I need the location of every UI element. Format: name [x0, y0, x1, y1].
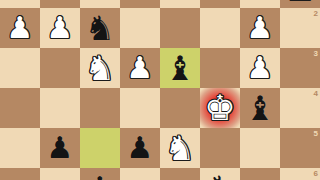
square-a3[interactable]: 3 [280, 48, 320, 88]
square-e3[interactable]: ♟ [120, 48, 160, 88]
white-pawn[interactable]: ♟ [40, 8, 80, 48]
rank-label-3: 3 [314, 49, 318, 58]
black-knight[interactable]: ♞ [200, 168, 240, 180]
square-f4[interactable] [80, 88, 120, 128]
square-f1[interactable] [80, 0, 120, 8]
square-f2[interactable]: ♞ [80, 8, 120, 48]
square-d4[interactable] [160, 88, 200, 128]
square-e2[interactable] [120, 8, 160, 48]
square-a1[interactable]: ♜ [280, 0, 320, 8]
square-d5[interactable]: ♞ [160, 128, 200, 168]
white-king[interactable]: ♚ [200, 88, 240, 128]
square-c6[interactable]: ♞ [200, 168, 240, 180]
square-h5[interactable] [0, 128, 40, 168]
white-knight[interactable]: ♞ [160, 128, 200, 168]
square-e1[interactable] [120, 0, 160, 8]
square-g6[interactable] [40, 168, 80, 180]
square-g1[interactable] [40, 0, 80, 8]
black-pawn[interactable]: ♟ [80, 168, 120, 180]
rank-label-6: 6 [314, 169, 318, 178]
square-e5[interactable]: ♟ [120, 128, 160, 168]
white-rook[interactable]: ♜ [280, 0, 320, 8]
square-h1[interactable] [0, 0, 40, 8]
square-c5[interactable] [200, 128, 240, 168]
square-b6[interactable] [240, 168, 280, 180]
square-b2[interactable]: ♟ [240, 8, 280, 48]
chess-board: ♜♟♟♞♟2♞♟♝♟3♚♝4♟♟♞5♟♞6 [0, 0, 320, 180]
square-d3[interactable]: ♝ [160, 48, 200, 88]
white-pawn[interactable]: ♟ [240, 8, 280, 48]
white-pawn[interactable]: ♟ [0, 8, 40, 48]
square-a4[interactable]: 4 [280, 88, 320, 128]
square-d1[interactable] [160, 0, 200, 8]
square-h2[interactable]: ♟ [0, 8, 40, 48]
square-c4[interactable]: ♚ [200, 88, 240, 128]
square-g3[interactable] [40, 48, 80, 88]
square-c1[interactable] [200, 0, 240, 8]
square-g2[interactable]: ♟ [40, 8, 80, 48]
white-pawn[interactable]: ♟ [240, 48, 280, 88]
square-a5[interactable]: 5 [280, 128, 320, 168]
rank-label-5: 5 [314, 129, 318, 138]
black-bishop[interactable]: ♝ [240, 88, 280, 128]
square-b5[interactable] [240, 128, 280, 168]
square-h6[interactable] [0, 168, 40, 180]
square-h4[interactable] [0, 88, 40, 128]
black-pawn[interactable]: ♟ [40, 128, 80, 168]
square-c3[interactable] [200, 48, 240, 88]
square-b1[interactable] [240, 0, 280, 8]
square-h3[interactable] [0, 48, 40, 88]
board-squares: ♜♟♟♞♟2♞♟♝♟3♚♝4♟♟♞5♟♞6 [0, 0, 320, 180]
square-f3[interactable]: ♞ [80, 48, 120, 88]
square-d6[interactable] [160, 168, 200, 180]
rank-label-2: 2 [314, 9, 318, 18]
black-bishop[interactable]: ♝ [160, 48, 200, 88]
square-c2[interactable] [200, 8, 240, 48]
square-d2[interactable] [160, 8, 200, 48]
square-b4[interactable]: ♝ [240, 88, 280, 128]
square-a6[interactable]: 6 [280, 168, 320, 180]
square-f5[interactable] [80, 128, 120, 168]
square-b3[interactable]: ♟ [240, 48, 280, 88]
rank-label-4: 4 [314, 89, 318, 98]
black-knight[interactable]: ♞ [80, 8, 120, 48]
square-g5[interactable]: ♟ [40, 128, 80, 168]
square-f6[interactable]: ♟ [80, 168, 120, 180]
white-knight[interactable]: ♞ [80, 48, 120, 88]
square-e6[interactable] [120, 168, 160, 180]
black-pawn[interactable]: ♟ [120, 128, 160, 168]
white-pawn[interactable]: ♟ [120, 48, 160, 88]
square-e4[interactable] [120, 88, 160, 128]
square-g4[interactable] [40, 88, 80, 128]
square-a2[interactable]: 2 [280, 8, 320, 48]
